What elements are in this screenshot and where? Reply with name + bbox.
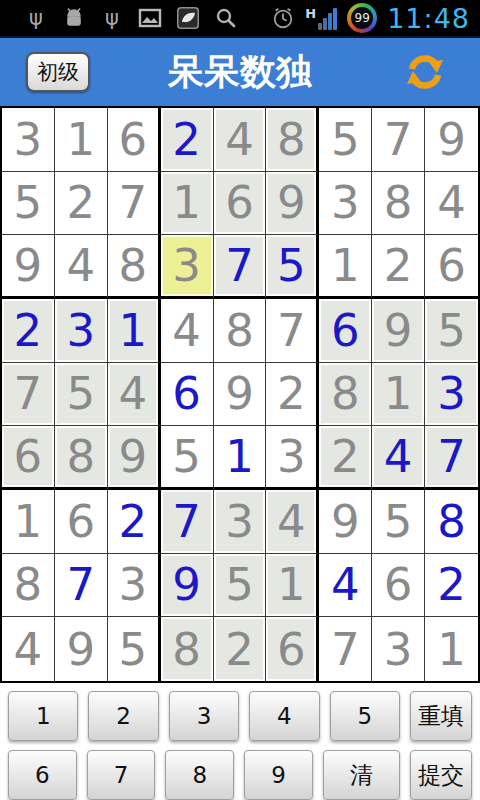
sudoku-board: 3162485795271693849483751262314876957546… — [0, 106, 480, 683]
cell-r1c9[interactable]: 9 — [425, 108, 478, 172]
gallery-icon — [138, 6, 162, 30]
given-digit: 8 — [67, 430, 96, 483]
given-digit: 3 — [277, 430, 306, 483]
keypad-row: 12345重填 — [0, 691, 480, 741]
given-digit: 3 — [118, 558, 147, 611]
usb-icon: ψ — [24, 6, 48, 30]
search-icon — [214, 6, 238, 30]
given-digit: 8 — [225, 304, 254, 357]
cell-r4c8[interactable]: 9 — [372, 299, 425, 363]
key-9[interactable]: 9 — [244, 750, 313, 800]
cell-r2c5[interactable]: 6 — [214, 172, 267, 236]
given-digit: 9 — [67, 623, 96, 676]
cell-r6c8[interactable]: 4 — [372, 426, 425, 490]
cell-r2c7[interactable]: 3 — [319, 172, 372, 236]
key-7[interactable]: 7 — [87, 750, 156, 800]
given-digit: 9 — [277, 176, 306, 229]
cell-r5c6[interactable]: 2 — [266, 363, 319, 427]
cell-r3c3[interactable]: 8 — [108, 235, 161, 299]
given-digit: 4 — [67, 239, 96, 292]
given-digit: 2 — [331, 430, 360, 483]
cell-r9c2[interactable]: 9 — [55, 617, 108, 681]
cell-r4c7[interactable]: 6 — [319, 299, 372, 363]
key-submit[interactable]: 提交 — [410, 750, 472, 800]
wandoujia-icon — [176, 6, 200, 30]
given-digit: 5 — [172, 430, 201, 483]
given-digit: 3 — [384, 623, 413, 676]
cell-r5c5[interactable]: 9 — [214, 363, 267, 427]
cell-r8c5[interactable]: 5 — [214, 554, 267, 618]
cell-r6c5[interactable]: 1 — [214, 426, 267, 490]
cell-r9c3[interactable]: 5 — [108, 617, 161, 681]
cell-r4c1[interactable]: 2 — [2, 299, 55, 363]
cell-r9c1[interactable]: 4 — [2, 617, 55, 681]
cell-r6c1[interactable]: 6 — [2, 426, 55, 490]
given-digit: 5 — [331, 113, 360, 166]
cell-r1c6[interactable]: 8 — [266, 108, 319, 172]
cell-r4c9[interactable]: 5 — [425, 299, 478, 363]
keypad-row: 6789清提交 — [0, 750, 480, 800]
given-digit: 6 — [437, 239, 466, 292]
given-digit: 3 — [14, 113, 43, 166]
key-clear[interactable]: 清 — [323, 750, 400, 800]
given-digit: 9 — [118, 430, 147, 483]
given-digit: 1 — [67, 113, 96, 166]
notification-icons: ψ ψ — [24, 6, 238, 30]
given-digit: 7 — [331, 623, 360, 676]
given-digit: 7 — [277, 304, 306, 357]
given-digit: 8 — [277, 113, 306, 166]
user-digit: 4 — [331, 558, 360, 611]
cell-r4c5[interactable]: 8 — [214, 299, 267, 363]
cell-r7c4[interactable]: 7 — [161, 490, 214, 554]
user-digit: 2 — [118, 495, 147, 548]
cell-r6c9[interactable]: 7 — [425, 426, 478, 490]
given-digit: 5 — [67, 367, 96, 420]
cell-r4c3[interactable]: 1 — [108, 299, 161, 363]
user-digit: 1 — [118, 304, 147, 357]
given-digit: 7 — [14, 367, 43, 420]
cell-r7c2[interactable]: 6 — [55, 490, 108, 554]
cell-r5c8[interactable]: 1 — [372, 363, 425, 427]
app-header: 初级 呆呆数独 — [0, 38, 480, 106]
given-digit: 3 — [225, 495, 254, 548]
cell-r8c1[interactable]: 8 — [2, 554, 55, 618]
key-refill[interactable]: 重填 — [410, 691, 472, 741]
given-digit: 5 — [225, 558, 254, 611]
system-status-icons: H 99 11:48 — [271, 3, 470, 34]
cell-r1c7[interactable]: 5 — [319, 108, 372, 172]
given-digit: 9 — [14, 239, 43, 292]
given-digit: 4 — [225, 113, 254, 166]
cell-r3c9[interactable]: 6 — [425, 235, 478, 299]
given-digit: 6 — [67, 495, 96, 548]
level-button[interactable]: 初级 — [26, 52, 90, 92]
cell-r7c1[interactable]: 1 — [2, 490, 55, 554]
given-digit: 8 — [384, 176, 413, 229]
cell-r2c6[interactable]: 9 — [266, 172, 319, 236]
given-digit: 8 — [331, 367, 360, 420]
cell-r1c3[interactable]: 6 — [108, 108, 161, 172]
cell-r8c7[interactable]: 4 — [319, 554, 372, 618]
cell-r7c8[interactable]: 5 — [372, 490, 425, 554]
given-digit: 1 — [437, 623, 466, 676]
cell-r2c9[interactable]: 4 — [425, 172, 478, 236]
given-digit: 4 — [437, 176, 466, 229]
alarm-icon — [271, 6, 295, 30]
user-digit: 2 — [437, 558, 466, 611]
given-digit: 9 — [437, 113, 466, 166]
given-digit: 5 — [14, 176, 43, 229]
key-1[interactable]: 1 — [8, 691, 78, 741]
given-digit: 6 — [384, 558, 413, 611]
cell-r6c4[interactable]: 5 — [161, 426, 214, 490]
refresh-icon[interactable] — [402, 50, 448, 94]
cell-r9c4[interactable]: 8 — [161, 617, 214, 681]
cell-r8c2[interactable]: 7 — [55, 554, 108, 618]
status-bar: ψ ψ — [0, 0, 480, 38]
given-digit: 4 — [118, 367, 147, 420]
cell-r3c7[interactable]: 1 — [319, 235, 372, 299]
cell-r5c1[interactable]: 7 — [2, 363, 55, 427]
user-digit: 7 — [172, 495, 201, 548]
cell-r9c9[interactable]: 1 — [425, 617, 478, 681]
battery-icon: 99 — [347, 3, 377, 33]
cell-r4c4[interactable]: 4 — [161, 299, 214, 363]
cell-r2c4[interactable]: 1 — [161, 172, 214, 236]
user-digit: 3 — [67, 304, 96, 357]
key-5[interactable]: 5 — [330, 691, 400, 741]
cell-r1c2[interactable]: 1 — [55, 108, 108, 172]
user-digit: 6 — [172, 367, 201, 420]
keypad: 12345重填6789清提交 — [0, 683, 480, 800]
user-digit: 7 — [67, 558, 96, 611]
given-digit: 5 — [384, 495, 413, 548]
user-digit: 9 — [172, 558, 201, 611]
cell-r3c2[interactable]: 4 — [55, 235, 108, 299]
user-digit: 1 — [225, 430, 254, 483]
cell-r5c3[interactable]: 4 — [108, 363, 161, 427]
user-digit: 3 — [437, 367, 466, 420]
cell-r6c7[interactable]: 2 — [319, 426, 372, 490]
cell-r4c6[interactable]: 7 — [266, 299, 319, 363]
cell-r5c2[interactable]: 5 — [55, 363, 108, 427]
given-digit: 8 — [118, 239, 147, 292]
given-digit: 4 — [14, 623, 43, 676]
key-3[interactable]: 3 — [169, 691, 239, 741]
cell-r9c5[interactable]: 2 — [214, 617, 267, 681]
given-digit: 6 — [118, 113, 147, 166]
signal-icon: H — [305, 6, 337, 30]
status-time: 11:48 — [387, 3, 470, 34]
cell-r1c5[interactable]: 4 — [214, 108, 267, 172]
given-digit: 4 — [277, 495, 306, 548]
cell-r4c2[interactable]: 3 — [55, 299, 108, 363]
cell-r6c3[interactable]: 9 — [108, 426, 161, 490]
cell-r7c9[interactable]: 8 — [425, 490, 478, 554]
cell-r5c4[interactable]: 6 — [161, 363, 214, 427]
cell-r7c6[interactable]: 4 — [266, 490, 319, 554]
cell-r2c1[interactable]: 5 — [2, 172, 55, 236]
given-digit: 8 — [172, 623, 201, 676]
given-digit: 2 — [384, 239, 413, 292]
given-digit: 1 — [14, 495, 43, 548]
cell-r3c5[interactable]: 7 — [214, 235, 267, 299]
given-digit: 5 — [437, 304, 466, 357]
given-digit: 8 — [14, 558, 43, 611]
cell-r9c8[interactable]: 3 — [372, 617, 425, 681]
cell-r1c4[interactable]: 2 — [161, 108, 214, 172]
cell-r8c3[interactable]: 3 — [108, 554, 161, 618]
given-digit: 9 — [225, 367, 254, 420]
cell-r6c6[interactable]: 3 — [266, 426, 319, 490]
cell-r2c8[interactable]: 8 — [372, 172, 425, 236]
given-digit: 1 — [277, 558, 306, 611]
key-8[interactable]: 8 — [165, 750, 234, 800]
given-digit: 2 — [67, 176, 96, 229]
cell-r7c3[interactable]: 2 — [108, 490, 161, 554]
given-digit: 7 — [118, 176, 147, 229]
cell-r1c1[interactable]: 3 — [2, 108, 55, 172]
battery-percent: 99 — [351, 7, 373, 29]
given-digit: 2 — [277, 367, 306, 420]
cell-r8c9[interactable]: 2 — [425, 554, 478, 618]
cell-r3c1[interactable]: 9 — [2, 235, 55, 299]
user-digit: 2 — [172, 113, 201, 166]
cell-r8c8[interactable]: 6 — [372, 554, 425, 618]
given-digit: 1 — [331, 239, 360, 292]
user-digit: 7 — [437, 430, 466, 483]
given-digit: 3 — [331, 176, 360, 229]
cell-r9c7[interactable]: 7 — [319, 617, 372, 681]
given-digit: 6 — [225, 176, 254, 229]
cell-r2c2[interactable]: 2 — [55, 172, 108, 236]
given-digit: 7 — [384, 113, 413, 166]
given-digit: 1 — [172, 176, 201, 229]
given-digit: 4 — [172, 304, 201, 357]
cell-r6c2[interactable]: 8 — [55, 426, 108, 490]
user-digit: 4 — [384, 430, 413, 483]
given-digit: 3 — [172, 239, 201, 292]
user-digit: 6 — [331, 304, 360, 357]
cell-r7c7[interactable]: 9 — [319, 490, 372, 554]
cell-r7c5[interactable]: 3 — [214, 490, 267, 554]
user-digit: 8 — [437, 495, 466, 548]
given-digit: 6 — [277, 623, 306, 676]
given-digit: 6 — [14, 430, 43, 483]
key-6[interactable]: 6 — [8, 750, 77, 800]
given-digit: 5 — [118, 623, 147, 676]
usb-icon: ψ — [100, 6, 124, 30]
cell-r9c6[interactable]: 6 — [266, 617, 319, 681]
user-digit: 2 — [14, 304, 43, 357]
cell-r2c3[interactable]: 7 — [108, 172, 161, 236]
user-digit: 5 — [277, 239, 306, 292]
key-4[interactable]: 4 — [249, 691, 319, 741]
given-digit: 9 — [384, 304, 413, 357]
cell-r1c8[interactable]: 7 — [372, 108, 425, 172]
android-debug-icon — [62, 6, 86, 30]
key-2[interactable]: 2 — [88, 691, 158, 741]
cell-r3c6[interactable]: 5 — [266, 235, 319, 299]
cell-r5c9[interactable]: 3 — [425, 363, 478, 427]
given-digit: 1 — [384, 367, 413, 420]
cell-r3c4[interactable]: 3 — [161, 235, 214, 299]
given-digit: 2 — [225, 623, 254, 676]
cell-r5c7[interactable]: 8 — [319, 363, 372, 427]
cell-r3c8[interactable]: 2 — [372, 235, 425, 299]
cell-r8c4[interactable]: 9 — [161, 554, 214, 618]
given-digit: 9 — [331, 495, 360, 548]
user-digit: 7 — [225, 239, 254, 292]
cell-r8c6[interactable]: 1 — [266, 554, 319, 618]
